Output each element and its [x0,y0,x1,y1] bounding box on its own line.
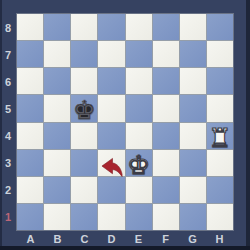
square-h8[interactable] [207,14,233,40]
square-c5[interactable]: ♚ [71,95,97,121]
square-a7[interactable] [17,41,43,67]
square-e3[interactable]: ♚ [126,150,152,176]
square-e7[interactable] [126,41,152,67]
square-a4[interactable] [17,123,43,149]
black-king[interactable]: ♚ [73,97,96,123]
file-label-h: H [216,233,224,245]
file-label-e: E [135,233,142,245]
square-h3[interactable] [207,150,233,176]
square-c4[interactable] [71,123,97,149]
square-g1[interactable] [180,204,206,230]
square-a5[interactable] [17,95,43,121]
square-f3[interactable] [153,150,179,176]
rank-label-4: 4 [5,130,11,142]
square-c2[interactable] [71,177,97,203]
square-a3[interactable] [17,150,43,176]
square-c7[interactable] [71,41,97,67]
white-rook[interactable]: ♜ [208,125,231,151]
chess-board: ♚♜♚ [17,14,233,230]
square-d5[interactable] [98,95,124,121]
square-f5[interactable] [153,95,179,121]
square-c3[interactable] [71,150,97,176]
square-d1[interactable] [98,204,124,230]
square-f1[interactable] [153,204,179,230]
square-g5[interactable] [180,95,206,121]
square-e6[interactable] [126,68,152,94]
frame-edge-right [246,0,250,250]
rank-label-2: 2 [5,184,11,196]
square-d2[interactable] [98,177,124,203]
square-f6[interactable] [153,68,179,94]
square-b8[interactable] [44,14,70,40]
square-c6[interactable] [71,68,97,94]
rank-label-3: 3 [5,157,11,169]
square-c8[interactable] [71,14,97,40]
square-d6[interactable] [98,68,124,94]
square-a2[interactable] [17,177,43,203]
square-d3[interactable] [98,150,124,176]
square-g2[interactable] [180,177,206,203]
square-f2[interactable] [153,177,179,203]
square-c1[interactable] [71,204,97,230]
square-f4[interactable] [153,123,179,149]
square-e2[interactable] [126,177,152,203]
red-left-arrow-icon [101,156,124,179]
rank-label-1: 1 [5,211,11,223]
square-g6[interactable] [180,68,206,94]
file-label-a: A [27,233,35,245]
file-label-f: F [162,233,169,245]
square-f7[interactable] [153,41,179,67]
file-label-b: B [54,233,62,245]
rank-label-5: 5 [5,103,11,115]
white-king[interactable]: ♚ [127,152,150,178]
square-e5[interactable] [126,95,152,121]
square-h7[interactable] [207,41,233,67]
square-g3[interactable] [180,150,206,176]
square-h2[interactable] [207,177,233,203]
rank-label-6: 6 [5,76,11,88]
frame-edge-bottom [0,246,250,250]
square-h4[interactable]: ♜ [207,123,233,149]
rank-label-8: 8 [5,22,11,34]
square-g8[interactable] [180,14,206,40]
rank-label-7: 7 [5,49,11,61]
square-d4[interactable] [98,123,124,149]
square-a6[interactable] [17,68,43,94]
square-h5[interactable] [207,95,233,121]
square-b3[interactable] [44,150,70,176]
square-b6[interactable] [44,68,70,94]
frame-edge-left [0,0,2,250]
square-d8[interactable] [98,14,124,40]
square-a1[interactable] [17,204,43,230]
square-b7[interactable] [44,41,70,67]
file-label-c: C [81,233,89,245]
square-g7[interactable] [180,41,206,67]
square-b5[interactable] [44,95,70,121]
square-e4[interactable] [126,123,152,149]
square-b2[interactable] [44,177,70,203]
square-g4[interactable] [180,123,206,149]
square-d7[interactable] [98,41,124,67]
file-label-d: D [108,233,116,245]
square-a8[interactable] [17,14,43,40]
square-e1[interactable] [126,204,152,230]
square-h1[interactable] [207,204,233,230]
square-e8[interactable] [126,14,152,40]
square-b1[interactable] [44,204,70,230]
square-h6[interactable] [207,68,233,94]
chess-diagram: ♚♜♚ 87654321 ABCDEFGH [0,0,250,250]
file-label-g: G [188,233,197,245]
square-f8[interactable] [153,14,179,40]
square-b4[interactable] [44,123,70,149]
